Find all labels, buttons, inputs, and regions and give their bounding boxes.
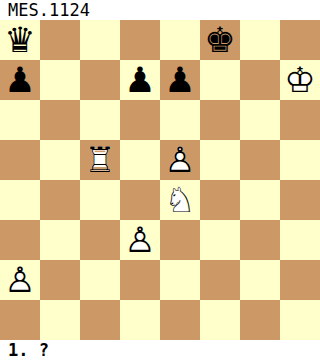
square-c3[interactable] [80, 220, 120, 260]
white-king-piece[interactable]: ♚♔ [280, 60, 320, 100]
white-pawn-piece[interactable]: ♟♙ [160, 140, 200, 180]
square-d7[interactable]: ♟ [120, 60, 160, 100]
white-knight-outline: ♘ [160, 180, 200, 220]
square-f2[interactable] [200, 260, 240, 300]
chess-puzzle-diagram: MES.1124 ♛♚♟♟♟♚♔♜♖♟♙♞♘♟♙♟♙ 1. ? [0, 0, 320, 360]
square-b7[interactable] [40, 60, 80, 100]
square-e6[interactable] [160, 100, 200, 140]
square-a6[interactable] [0, 100, 40, 140]
square-h5[interactable] [280, 140, 320, 180]
square-b4[interactable] [40, 180, 80, 220]
square-h2[interactable] [280, 260, 320, 300]
square-h4[interactable] [280, 180, 320, 220]
square-g6[interactable] [240, 100, 280, 140]
white-rook-outline: ♖ [80, 140, 120, 180]
square-f7[interactable] [200, 60, 240, 100]
square-g7[interactable] [240, 60, 280, 100]
square-f3[interactable] [200, 220, 240, 260]
square-g3[interactable] [240, 220, 280, 260]
black-pawn-outline: ♟ [120, 60, 160, 100]
square-e8[interactable] [160, 20, 200, 60]
move-prompt: 1. ? [8, 340, 49, 360]
square-b5[interactable] [40, 140, 80, 180]
square-h3[interactable] [280, 220, 320, 260]
square-h7[interactable]: ♚♔ [280, 60, 320, 100]
square-a4[interactable] [0, 180, 40, 220]
square-d2[interactable] [120, 260, 160, 300]
puzzle-id: MES.1124 [8, 0, 90, 20]
square-e2[interactable] [160, 260, 200, 300]
black-king-piece[interactable]: ♚ [200, 20, 240, 60]
white-pawn-piece[interactable]: ♟♙ [120, 220, 160, 260]
black-pawn-outline: ♟ [160, 60, 200, 100]
square-e1[interactable] [160, 300, 200, 340]
square-h8[interactable] [280, 20, 320, 60]
square-g5[interactable] [240, 140, 280, 180]
square-e3[interactable] [160, 220, 200, 260]
white-pawn-piece[interactable]: ♟♙ [0, 260, 40, 300]
square-c7[interactable] [80, 60, 120, 100]
square-b1[interactable] [40, 300, 80, 340]
square-f8[interactable]: ♚ [200, 20, 240, 60]
square-f1[interactable] [200, 300, 240, 340]
black-queen-outline: ♛ [0, 20, 40, 60]
square-g1[interactable] [240, 300, 280, 340]
square-a1[interactable] [0, 300, 40, 340]
square-f6[interactable] [200, 100, 240, 140]
square-d6[interactable] [120, 100, 160, 140]
black-pawn-piece[interactable]: ♟ [0, 60, 40, 100]
white-pawn-outline: ♙ [120, 220, 160, 260]
square-d3[interactable]: ♟♙ [120, 220, 160, 260]
square-d4[interactable] [120, 180, 160, 220]
square-g4[interactable] [240, 180, 280, 220]
square-c1[interactable] [80, 300, 120, 340]
black-pawn-piece[interactable]: ♟ [160, 60, 200, 100]
square-d5[interactable] [120, 140, 160, 180]
square-f5[interactable] [200, 140, 240, 180]
square-b2[interactable] [40, 260, 80, 300]
square-g2[interactable] [240, 260, 280, 300]
square-a5[interactable] [0, 140, 40, 180]
white-pawn-outline: ♙ [160, 140, 200, 180]
black-pawn-outline: ♟ [0, 60, 40, 100]
square-b3[interactable] [40, 220, 80, 260]
square-c2[interactable] [80, 260, 120, 300]
black-queen-piece[interactable]: ♛ [0, 20, 40, 60]
square-c4[interactable] [80, 180, 120, 220]
black-pawn-piece[interactable]: ♟ [120, 60, 160, 100]
square-a8[interactable]: ♛ [0, 20, 40, 60]
square-e4[interactable]: ♞♘ [160, 180, 200, 220]
square-d1[interactable] [120, 300, 160, 340]
white-pawn-outline: ♙ [0, 260, 40, 300]
square-e5[interactable]: ♟♙ [160, 140, 200, 180]
square-a3[interactable] [0, 220, 40, 260]
black-king-outline: ♚ [200, 20, 240, 60]
square-h6[interactable] [280, 100, 320, 140]
square-b6[interactable] [40, 100, 80, 140]
square-d8[interactable] [120, 20, 160, 60]
square-c5[interactable]: ♜♖ [80, 140, 120, 180]
white-knight-piece[interactable]: ♞♘ [160, 180, 200, 220]
white-rook-piece[interactable]: ♜♖ [80, 140, 120, 180]
square-a7[interactable]: ♟ [0, 60, 40, 100]
white-king-outline: ♔ [280, 60, 320, 100]
square-f4[interactable] [200, 180, 240, 220]
square-c8[interactable] [80, 20, 120, 60]
square-c6[interactable] [80, 100, 120, 140]
chess-board: ♛♚♟♟♟♚♔♜♖♟♙♞♘♟♙♟♙ [0, 20, 320, 340]
square-b8[interactable] [40, 20, 80, 60]
square-g8[interactable] [240, 20, 280, 60]
square-e7[interactable]: ♟ [160, 60, 200, 100]
square-a2[interactable]: ♟♙ [0, 260, 40, 300]
square-h1[interactable] [280, 300, 320, 340]
